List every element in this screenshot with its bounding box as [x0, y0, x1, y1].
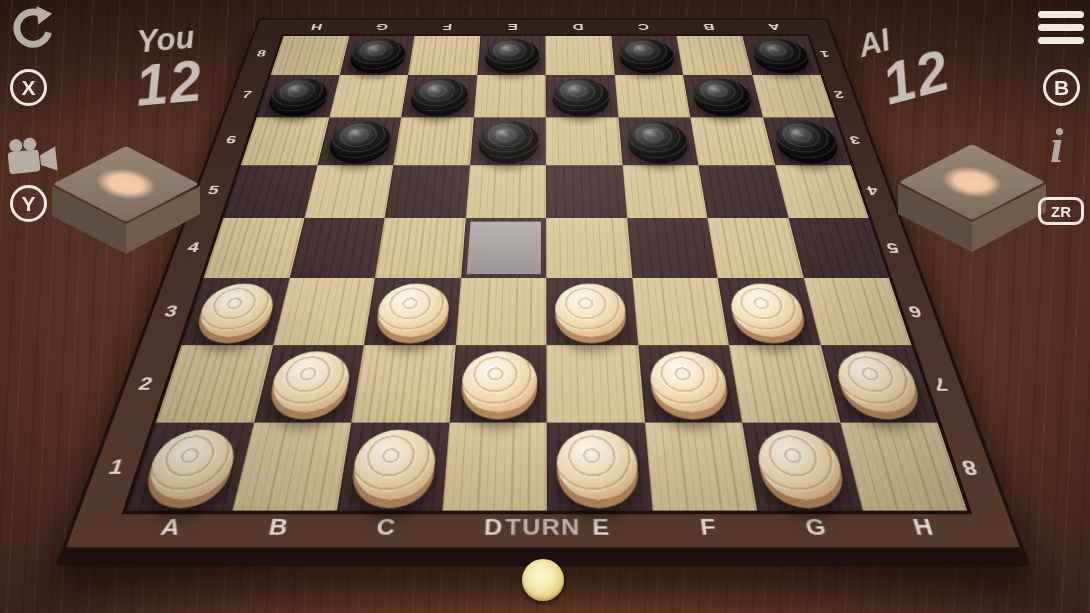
- piece-white[interactable]: [555, 283, 628, 337]
- piece-white[interactable]: [193, 283, 279, 337]
- turn-indicator-piece: [522, 559, 564, 601]
- square-f2[interactable]: [638, 345, 742, 422]
- piece-black[interactable]: [553, 78, 611, 112]
- square-e2[interactable]: [546, 345, 644, 422]
- square-b3[interactable]: [273, 278, 375, 345]
- square-d3[interactable]: [455, 278, 546, 345]
- piece-white[interactable]: [349, 430, 438, 500]
- square-f5[interactable]: [622, 165, 707, 218]
- zr-button[interactable]: ZR: [1038, 197, 1084, 225]
- coord-label-c: C: [610, 20, 677, 35]
- square-e1[interactable]: [547, 422, 652, 511]
- square-f4[interactable]: [627, 218, 718, 278]
- square-a5[interactable]: [223, 165, 317, 218]
- square-e8[interactable]: [545, 36, 614, 75]
- piece-black[interactable]: [618, 39, 675, 70]
- piece-white[interactable]: [374, 283, 451, 337]
- game-table: ABCDEFGH ABCDEFGH 87654321 87654321 TURN…: [0, 0, 1090, 613]
- square-c5[interactable]: [385, 165, 470, 218]
- square-d7[interactable]: [473, 75, 545, 118]
- square-f1[interactable]: [644, 422, 757, 511]
- piece-black[interactable]: [484, 39, 538, 70]
- square-b2[interactable]: [254, 345, 364, 422]
- square-a3[interactable]: [181, 278, 289, 345]
- square-c4[interactable]: [375, 218, 465, 278]
- square-c8[interactable]: [408, 36, 480, 75]
- square-d1[interactable]: [442, 422, 547, 511]
- square-c1[interactable]: [337, 422, 449, 511]
- square-c2[interactable]: [351, 345, 455, 422]
- piece-white[interactable]: [648, 352, 731, 413]
- square-d5[interactable]: [465, 165, 546, 218]
- square-g5[interactable]: [698, 165, 788, 218]
- square-a4[interactable]: [204, 218, 304, 278]
- square-e7[interactable]: [546, 75, 618, 118]
- cursor-highlight: [466, 222, 541, 274]
- piece-white[interactable]: [727, 283, 809, 337]
- restart-icon[interactable]: [8, 6, 55, 53]
- captured-tray-left: [52, 144, 202, 256]
- piece-black[interactable]: [326, 122, 393, 160]
- square-e6[interactable]: [546, 117, 622, 165]
- square-c3[interactable]: [364, 278, 461, 345]
- piece-black[interactable]: [266, 78, 332, 112]
- hamburger-menu-icon[interactable]: [1038, 11, 1084, 50]
- square-b5[interactable]: [304, 165, 393, 218]
- square-a8[interactable]: [271, 36, 349, 75]
- square-b7[interactable]: [329, 75, 408, 118]
- y-button[interactable]: Y: [10, 185, 47, 222]
- square-g7[interactable]: [683, 75, 763, 118]
- square-h6[interactable]: [763, 117, 851, 165]
- square-f7[interactable]: [614, 75, 690, 118]
- square-a6[interactable]: [241, 117, 329, 165]
- square-a2[interactable]: [156, 345, 273, 422]
- square-c6[interactable]: [393, 117, 473, 165]
- square-h4[interactable]: [788, 218, 889, 278]
- square-c7[interactable]: [401, 75, 477, 118]
- ai-score: AI 12: [827, 1, 985, 122]
- player-score-value: 12: [108, 53, 232, 115]
- square-e3[interactable]: [546, 278, 637, 345]
- piece-black[interactable]: [409, 78, 469, 112]
- square-g6[interactable]: [690, 117, 774, 165]
- piece-white[interactable]: [141, 430, 242, 500]
- x-button[interactable]: X: [10, 69, 47, 106]
- turn-label: TURN: [505, 514, 581, 541]
- file-labels-top: ABCDEFGH: [282, 20, 810, 35]
- piece-white[interactable]: [460, 352, 537, 413]
- piece-black[interactable]: [348, 39, 408, 70]
- square-a7[interactable]: [257, 75, 340, 118]
- square-d2[interactable]: [449, 345, 547, 422]
- captured-tray-right: [898, 142, 1048, 254]
- coord-label-h: H: [282, 20, 352, 35]
- square-f6[interactable]: [618, 117, 698, 165]
- piece-black[interactable]: [626, 122, 690, 160]
- square-e5[interactable]: [546, 165, 627, 218]
- piece-black[interactable]: [691, 78, 754, 112]
- square-g8[interactable]: [676, 36, 751, 75]
- square-d6[interactable]: [470, 117, 546, 165]
- coord-label-f: F: [413, 20, 480, 35]
- square-h5[interactable]: [775, 165, 869, 218]
- video-camera-icon[interactable]: [6, 135, 58, 177]
- piece-white[interactable]: [557, 430, 641, 500]
- square-d8[interactable]: [477, 36, 546, 75]
- coord-label-e: E: [479, 20, 545, 35]
- square-f3[interactable]: [632, 278, 729, 345]
- y-button-label: Y: [21, 192, 35, 216]
- piece-black[interactable]: [478, 122, 538, 160]
- square-f8[interactable]: [611, 36, 683, 75]
- square-b4[interactable]: [289, 218, 384, 278]
- square-b8[interactable]: [339, 36, 414, 75]
- square-d4[interactable]: [461, 218, 547, 278]
- piece-black[interactable]: [771, 122, 841, 160]
- square-e4[interactable]: [546, 218, 632, 278]
- coord-label-b: B: [675, 20, 744, 35]
- zr-button-label: ZR: [1051, 203, 1071, 220]
- piece-white[interactable]: [831, 352, 924, 413]
- square-b1[interactable]: [232, 422, 352, 511]
- x-button-label: X: [21, 76, 35, 100]
- piece-white[interactable]: [753, 430, 848, 500]
- b-button-label: B: [1054, 76, 1069, 100]
- coord-label-a: A: [740, 20, 810, 35]
- info-icon[interactable]: i: [1050, 122, 1063, 170]
- player-score: You 12: [104, 17, 231, 114]
- square-g4[interactable]: [707, 218, 803, 278]
- piece-white[interactable]: [266, 352, 354, 413]
- coord-label-d: D: [545, 20, 611, 35]
- square-b6[interactable]: [317, 117, 401, 165]
- coord-label-g: G: [348, 20, 416, 35]
- b-button[interactable]: B: [1043, 69, 1080, 106]
- square-h7[interactable]: [752, 75, 835, 118]
- square-h3[interactable]: [803, 278, 911, 345]
